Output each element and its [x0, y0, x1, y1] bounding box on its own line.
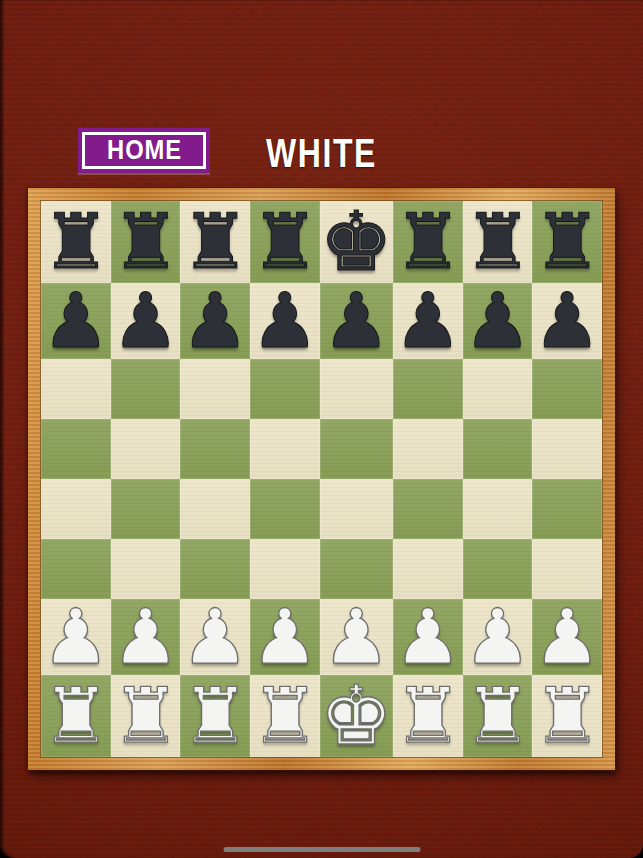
- square-b4[interactable]: [111, 479, 181, 539]
- square-h3[interactable]: [532, 539, 602, 599]
- square-a7[interactable]: ♟: [41, 283, 111, 359]
- square-e3[interactable]: [320, 539, 394, 599]
- square-f8[interactable]: ♜: [393, 201, 463, 283]
- square-d1[interactable]: ♜: [250, 675, 320, 757]
- square-d2[interactable]: ♟: [250, 599, 320, 675]
- chess-board: ♜♜♜♜♚♜♜♜♟♟♟♟♟♟♟♟♟♟♟♟♟♟♟♟♜♜♜♜♚♜♜♜: [41, 201, 602, 757]
- piece-black-pawn[interactable]: ♟: [42, 283, 110, 359]
- home-button-label: HOME: [107, 137, 182, 164]
- piece-white-rook[interactable]: ♜: [111, 678, 179, 754]
- square-g7[interactable]: ♟: [463, 283, 533, 359]
- square-b3[interactable]: [111, 539, 181, 599]
- home-button-frame: HOME: [82, 132, 206, 169]
- piece-white-pawn[interactable]: ♟: [251, 599, 319, 675]
- square-f2[interactable]: ♟: [393, 599, 463, 675]
- square-a8[interactable]: ♜: [41, 201, 111, 283]
- piece-black-king[interactable]: ♚: [320, 201, 394, 283]
- piece-white-pawn[interactable]: ♟: [42, 599, 110, 675]
- piece-white-rook[interactable]: ♜: [251, 678, 319, 754]
- square-f7[interactable]: ♟: [393, 283, 463, 359]
- piece-black-pawn[interactable]: ♟: [111, 283, 179, 359]
- square-d8[interactable]: ♜: [250, 201, 320, 283]
- square-b1[interactable]: ♜: [111, 675, 181, 757]
- square-b6[interactable]: [111, 359, 181, 419]
- piece-white-king[interactable]: ♚: [320, 675, 394, 757]
- square-b7[interactable]: ♟: [111, 283, 181, 359]
- piece-black-rook[interactable]: ♜: [533, 204, 601, 280]
- piece-white-pawn[interactable]: ♟: [111, 599, 179, 675]
- square-g3[interactable]: [463, 539, 533, 599]
- square-g2[interactable]: ♟: [463, 599, 533, 675]
- square-h7[interactable]: ♟: [532, 283, 602, 359]
- square-b8[interactable]: ♜: [111, 201, 181, 283]
- piece-black-rook[interactable]: ♜: [251, 204, 319, 280]
- square-a5[interactable]: [41, 419, 111, 479]
- square-g6[interactable]: [463, 359, 533, 419]
- square-g8[interactable]: ♜: [463, 201, 533, 283]
- square-e6[interactable]: [320, 359, 394, 419]
- square-f4[interactable]: [393, 479, 463, 539]
- square-e5[interactable]: [320, 419, 394, 479]
- square-e2[interactable]: ♟: [320, 599, 394, 675]
- square-c4[interactable]: [180, 479, 250, 539]
- piece-black-pawn[interactable]: ♟: [394, 283, 462, 359]
- square-c2[interactable]: ♟: [180, 599, 250, 675]
- square-e4[interactable]: [320, 479, 394, 539]
- piece-white-rook[interactable]: ♜: [533, 678, 601, 754]
- square-c1[interactable]: ♜: [180, 675, 250, 757]
- square-h2[interactable]: ♟: [532, 599, 602, 675]
- square-f5[interactable]: [393, 419, 463, 479]
- square-b5[interactable]: [111, 419, 181, 479]
- square-h6[interactable]: [532, 359, 602, 419]
- square-c5[interactable]: [180, 419, 250, 479]
- square-a4[interactable]: [41, 479, 111, 539]
- piece-black-rook[interactable]: ♜: [394, 204, 462, 280]
- square-d4[interactable]: [250, 479, 320, 539]
- square-h1[interactable]: ♜: [532, 675, 602, 757]
- square-g5[interactable]: [463, 419, 533, 479]
- piece-white-rook[interactable]: ♜: [463, 678, 531, 754]
- piece-black-pawn[interactable]: ♟: [463, 283, 531, 359]
- square-c3[interactable]: [180, 539, 250, 599]
- square-e7[interactable]: ♟: [320, 283, 394, 359]
- piece-white-rook[interactable]: ♜: [42, 678, 110, 754]
- chess-board-frame: ♜♜♜♜♚♜♜♜♟♟♟♟♟♟♟♟♟♟♟♟♟♟♟♟♜♜♜♜♚♜♜♜: [28, 188, 615, 770]
- piece-white-rook[interactable]: ♜: [181, 678, 249, 754]
- square-c8[interactable]: ♜: [180, 201, 250, 283]
- piece-black-pawn[interactable]: ♟: [251, 283, 319, 359]
- square-a2[interactable]: ♟: [41, 599, 111, 675]
- piece-black-pawn[interactable]: ♟: [322, 283, 390, 359]
- square-c7[interactable]: ♟: [180, 283, 250, 359]
- square-f3[interactable]: [393, 539, 463, 599]
- turn-label: WHITE: [266, 133, 377, 173]
- square-d6[interactable]: [250, 359, 320, 419]
- square-a3[interactable]: [41, 539, 111, 599]
- piece-black-rook[interactable]: ♜: [181, 204, 249, 280]
- square-f6[interactable]: [393, 359, 463, 419]
- piece-black-rook[interactable]: ♜: [463, 204, 531, 280]
- square-f1[interactable]: ♜: [393, 675, 463, 757]
- piece-white-pawn[interactable]: ♟: [394, 599, 462, 675]
- piece-black-pawn[interactable]: ♟: [181, 283, 249, 359]
- piece-white-pawn[interactable]: ♟: [533, 599, 601, 675]
- app-screen: HOME WHITE ♜♜♜♜♚♜♜♜♟♟♟♟♟♟♟♟♟♟♟♟♟♟♟♟♜♜♜♜♚…: [0, 0, 643, 858]
- square-b2[interactable]: ♟: [111, 599, 181, 675]
- square-h5[interactable]: [532, 419, 602, 479]
- square-e1[interactable]: ♚: [320, 675, 394, 757]
- square-c6[interactable]: [180, 359, 250, 419]
- square-d3[interactable]: [250, 539, 320, 599]
- square-g4[interactable]: [463, 479, 533, 539]
- home-button[interactable]: HOME: [78, 128, 210, 173]
- square-d7[interactable]: ♟: [250, 283, 320, 359]
- square-g1[interactable]: ♜: [463, 675, 533, 757]
- piece-white-pawn[interactable]: ♟: [181, 599, 249, 675]
- piece-white-pawn[interactable]: ♟: [463, 599, 531, 675]
- piece-black-rook[interactable]: ♜: [111, 204, 179, 280]
- piece-black-rook[interactable]: ♜: [42, 204, 110, 280]
- square-d5[interactable]: [250, 419, 320, 479]
- piece-black-pawn[interactable]: ♟: [533, 283, 601, 359]
- home-indicator-bar[interactable]: [223, 847, 420, 852]
- square-e8[interactable]: ♚: [320, 201, 394, 283]
- square-a1[interactable]: ♜: [41, 675, 111, 757]
- square-a6[interactable]: [41, 359, 111, 419]
- piece-white-rook[interactable]: ♜: [394, 678, 462, 754]
- square-h4[interactable]: [532, 479, 602, 539]
- square-h8[interactable]: ♜: [532, 201, 602, 283]
- piece-white-pawn[interactable]: ♟: [322, 599, 390, 675]
